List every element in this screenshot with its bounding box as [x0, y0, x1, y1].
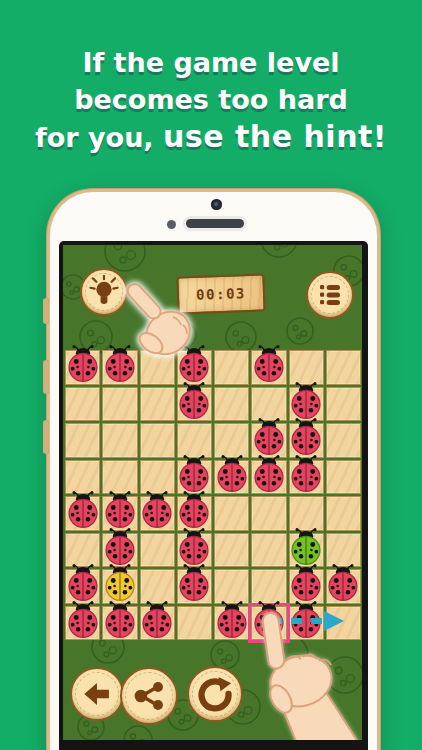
board-cell[interactable] [140, 460, 175, 495]
board-cell[interactable] [289, 496, 324, 531]
levels-list-icon [315, 280, 345, 310]
volume-up-button [43, 360, 49, 394]
board-cell[interactable] [214, 423, 249, 458]
share-button[interactable] [120, 667, 178, 725]
red-ladybug-piece [102, 600, 138, 642]
board-cell[interactable] [102, 423, 137, 458]
red-ladybug-piece [139, 491, 175, 533]
red-ladybug-piece [176, 381, 212, 423]
board-cell[interactable] [65, 606, 100, 641]
red-ladybug-piece [251, 345, 287, 387]
board-cell[interactable] [326, 350, 361, 385]
board-cell[interactable] [214, 496, 249, 531]
board-cell[interactable] [177, 460, 212, 495]
board-cell[interactable] [102, 460, 137, 495]
board-cell[interactable] [289, 569, 324, 604]
proximity-sensor-icon [167, 220, 176, 229]
board-cell[interactable] [289, 533, 324, 568]
earpiece-speaker [186, 219, 244, 228]
board-cell[interactable] [140, 606, 175, 641]
back-button[interactable] [70, 667, 124, 721]
board-cell[interactable] [177, 387, 212, 422]
board-cell[interactable] [214, 533, 249, 568]
board-cell[interactable] [65, 387, 100, 422]
board-cell[interactable] [214, 387, 249, 422]
phone-frame: 00:03 [47, 189, 380, 750]
board-grid [65, 350, 361, 640]
headline-line1: If the game level [0, 44, 422, 81]
board-cell[interactable] [251, 423, 286, 458]
board-cell[interactable] [102, 606, 137, 641]
board-cell[interactable] [326, 533, 361, 568]
board-cell[interactable] [65, 350, 100, 385]
board-cell[interactable] [289, 387, 324, 422]
board-cell[interactable] [289, 460, 324, 495]
headline-line2: becomes too hard [0, 81, 422, 118]
board-cell[interactable] [102, 496, 137, 531]
red-ladybug-piece [65, 600, 101, 642]
board-cell[interactable] [65, 569, 100, 604]
mute-switch [43, 298, 49, 324]
lightbulb-icon [87, 275, 121, 309]
board-cell[interactable] [326, 387, 361, 422]
promo-screenshot: If the game level becomes too hard for y… [0, 0, 422, 750]
board-cell[interactable] [65, 460, 100, 495]
board-cell[interactable] [65, 533, 100, 568]
headline: If the game level becomes too hard for y… [0, 44, 422, 156]
red-ladybug-piece [214, 454, 250, 496]
red-ladybug-piece [325, 564, 361, 606]
board-cell[interactable] [65, 496, 100, 531]
board-cell[interactable] [177, 423, 212, 458]
board-cell[interactable] [251, 350, 286, 385]
red-ladybug-piece [176, 564, 212, 606]
board-cell[interactable] [326, 496, 361, 531]
board-cell[interactable] [251, 533, 286, 568]
board-cell[interactable] [251, 460, 286, 495]
red-ladybug-piece [288, 454, 324, 496]
board-cell[interactable] [102, 569, 137, 604]
board-cell[interactable] [177, 569, 212, 604]
headline-emphasis: use the hint! [163, 119, 387, 154]
red-ladybug-piece [65, 491, 101, 533]
board-cell[interactable] [251, 569, 286, 604]
back-arrow-icon [80, 677, 114, 711]
restart-icon [197, 676, 233, 712]
board-cell[interactable] [140, 533, 175, 568]
board-cell[interactable] [326, 423, 361, 458]
volume-down-button [43, 420, 49, 454]
board-cell[interactable] [289, 423, 324, 458]
board-cell[interactable] [102, 533, 137, 568]
board-cell[interactable] [177, 606, 212, 641]
board-cell[interactable] [289, 350, 324, 385]
board-cell[interactable] [140, 569, 175, 604]
board-cell[interactable] [102, 387, 137, 422]
red-ladybug-piece [251, 454, 287, 496]
share-icon [131, 678, 167, 714]
tutorial-hand-hint-icon [121, 281, 209, 373]
board-cell[interactable] [140, 423, 175, 458]
headline-line3: for you, use the hint! [0, 118, 422, 156]
board-cell[interactable] [140, 387, 175, 422]
board-cell[interactable] [177, 496, 212, 531]
game-screen: 00:03 [63, 245, 362, 740]
red-ladybug-piece [65, 345, 101, 387]
board-cell[interactable] [214, 350, 249, 385]
board-cell[interactable] [326, 460, 361, 495]
board-cell[interactable] [177, 533, 212, 568]
board-cell[interactable] [251, 496, 286, 531]
board-cell[interactable] [214, 569, 249, 604]
board-cell[interactable] [326, 569, 361, 604]
board-cell[interactable] [140, 496, 175, 531]
board-cell[interactable] [251, 387, 286, 422]
tutorial-hand-move-icon [231, 609, 362, 740]
front-camera-icon [211, 199, 222, 210]
red-ladybug-piece [139, 600, 175, 642]
board-cell[interactable] [214, 460, 249, 495]
board-cell[interactable] [65, 423, 100, 458]
levels-button[interactable] [306, 271, 354, 319]
